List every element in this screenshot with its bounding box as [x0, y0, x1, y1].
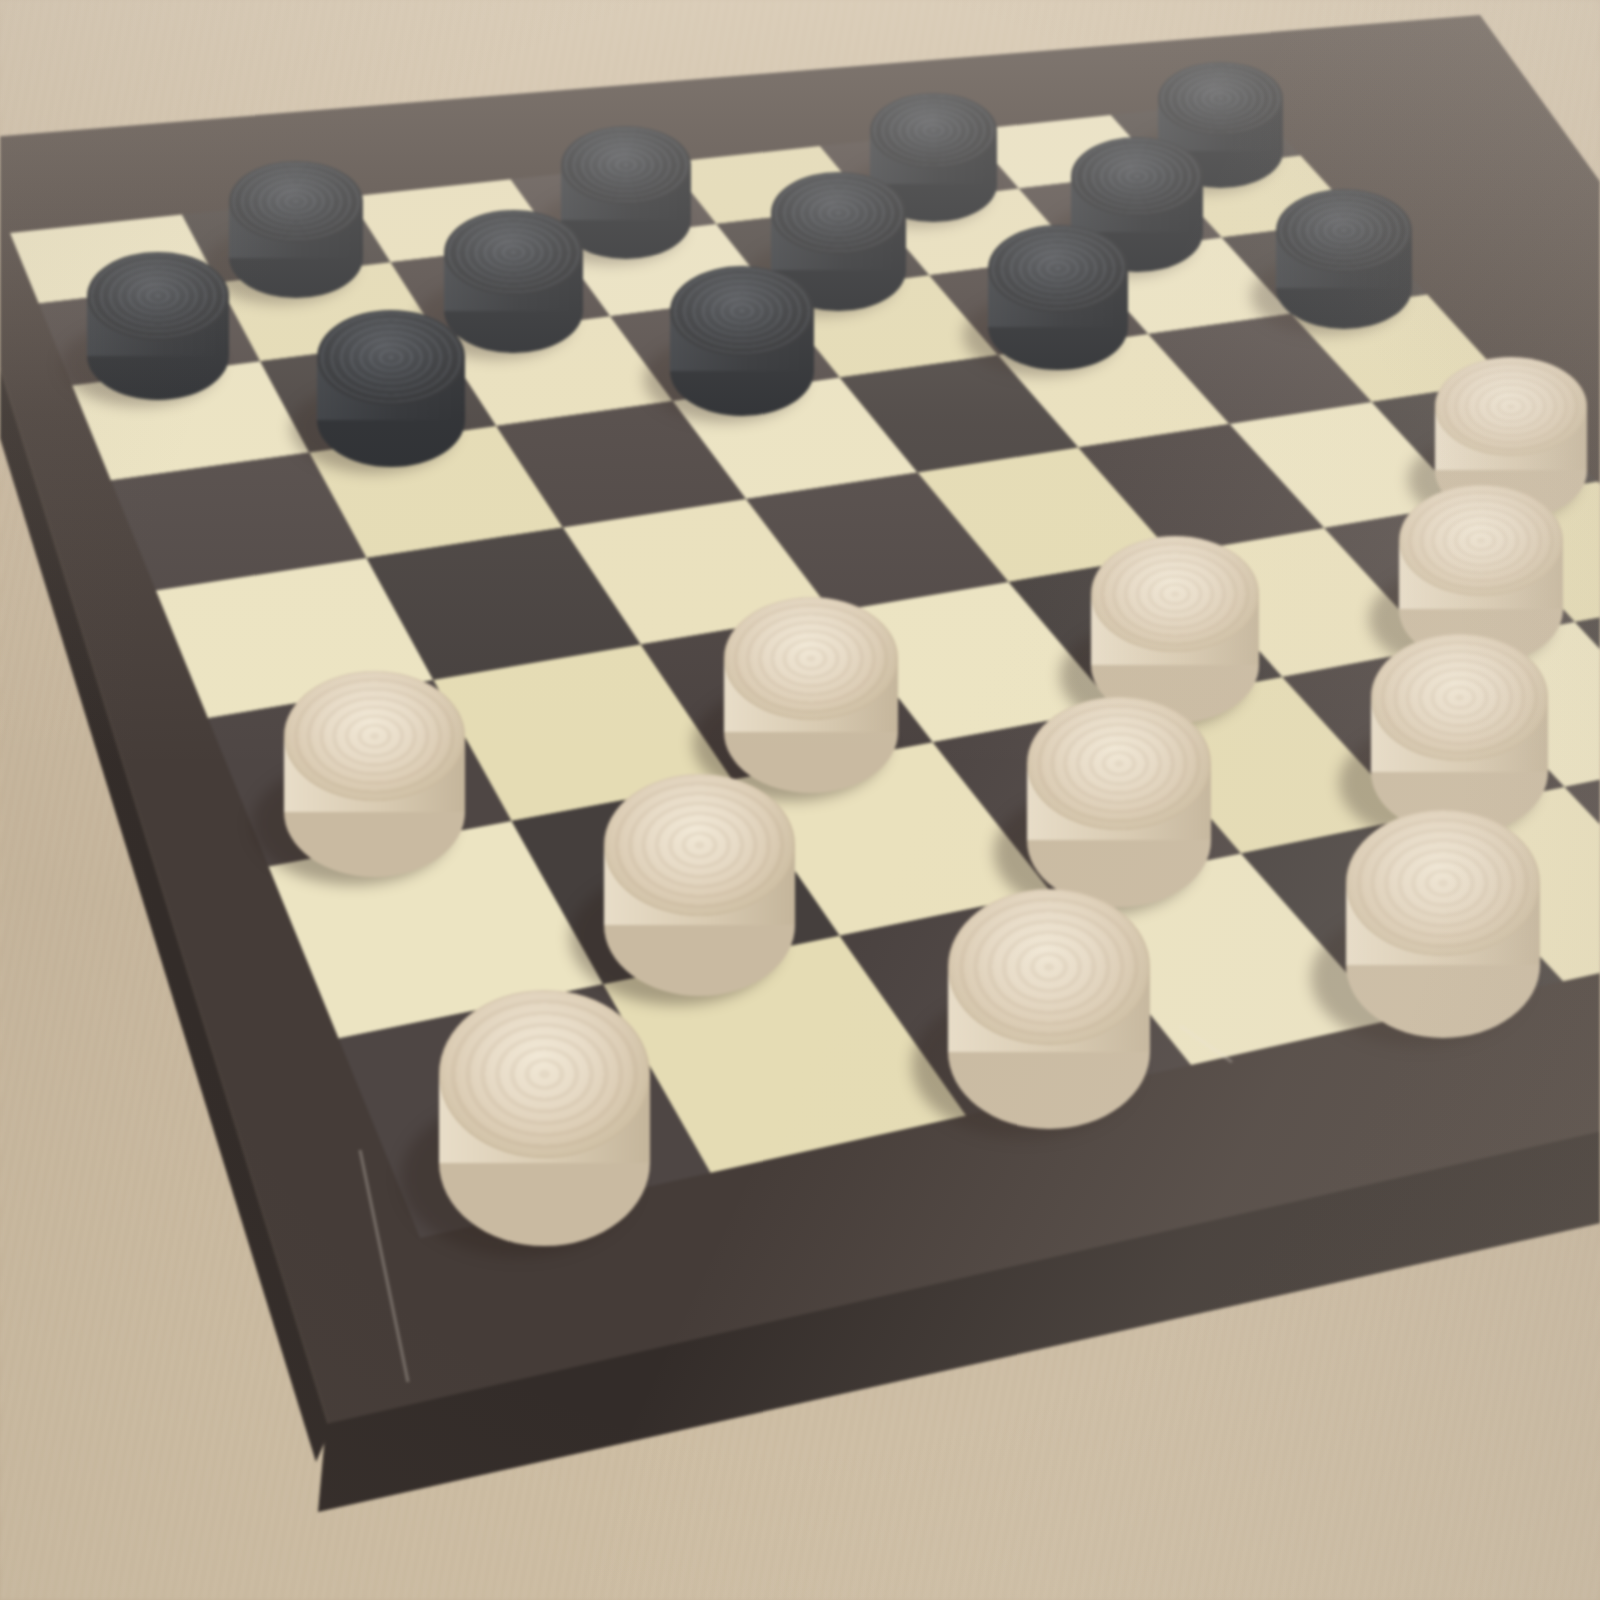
piece-dark-a7[interactable]	[87, 252, 229, 401]
piece-dark-b6[interactable]	[317, 310, 465, 466]
piece-top	[229, 161, 363, 242]
piece-dark-d6[interactable]	[670, 266, 814, 416]
piece-top	[1071, 137, 1203, 216]
piece-light-c3[interactable]	[724, 597, 898, 793]
piece-top	[1399, 485, 1563, 596]
piece-light-a3[interactable]	[284, 671, 465, 877]
piece-top	[1276, 189, 1412, 272]
piece-dark-h6[interactable]	[1276, 189, 1412, 330]
piece-light-e1[interactable]	[1346, 810, 1540, 1037]
piece-top	[724, 597, 898, 720]
piece-top	[561, 126, 692, 204]
piece-top	[1371, 634, 1549, 760]
piece-top	[87, 252, 229, 341]
piece-light-a1[interactable]	[439, 990, 650, 1246]
piece-top	[1027, 697, 1210, 830]
piece-top	[988, 225, 1128, 312]
piece-top	[771, 172, 906, 254]
piece-top	[1346, 810, 1540, 956]
piece-dark-f6[interactable]	[988, 225, 1128, 370]
piece-top	[1091, 536, 1260, 652]
piece-dark-b8[interactable]	[229, 161, 363, 298]
piece-top	[317, 310, 465, 404]
piece-light-c1[interactable]	[948, 889, 1149, 1129]
piece-light-d2[interactable]	[1027, 697, 1210, 907]
piece-top	[870, 93, 998, 168]
piece-top	[948, 889, 1149, 1044]
checkers-board	[0, 0, 1600, 1600]
piece-light-b2[interactable]	[604, 774, 795, 996]
piece-top	[670, 266, 814, 356]
checkers-photo-scene	[0, 0, 1600, 1600]
piece-top	[604, 774, 795, 916]
piece-light-f2[interactable]	[1371, 634, 1549, 835]
piece-top	[439, 990, 650, 1157]
piece-top	[1158, 62, 1283, 135]
piece-top	[1435, 357, 1587, 456]
piece-dark-c7[interactable]	[444, 210, 582, 353]
piece-top	[444, 210, 582, 295]
piece-light-e3[interactable]	[1091, 536, 1260, 723]
piece-top	[284, 671, 465, 801]
